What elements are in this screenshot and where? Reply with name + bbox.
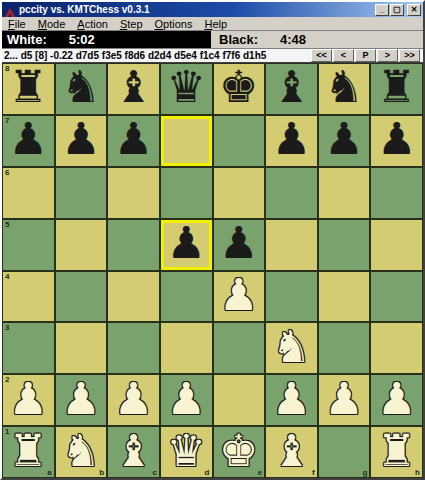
piece-black-pawn: ♟ <box>166 221 205 265</box>
square-h5[interactable] <box>371 220 422 270</box>
square-a2[interactable]: 2♟ <box>3 375 54 425</box>
square-h1[interactable]: h♜ <box>371 427 422 477</box>
square-e4[interactable]: ♟ <box>214 272 265 322</box>
square-d1[interactable]: d♛ <box>161 427 212 477</box>
piece-black-bishop: ♝ <box>272 65 311 109</box>
piece-white-queen: ♛ <box>166 429 205 473</box>
piece-black-pawn: ♟ <box>9 117 48 161</box>
square-f8[interactable]: ♝ <box>266 64 317 114</box>
white-clock: White: 5:02 <box>2 31 211 48</box>
square-h3[interactable] <box>371 323 422 373</box>
piece-black-queen: ♛ <box>166 65 205 109</box>
piece-black-pawn: ♟ <box>114 117 153 161</box>
square-f1[interactable]: f♝ <box>266 427 317 477</box>
square-h2[interactable]: ♟ <box>371 375 422 425</box>
square-f7[interactable]: ♟ <box>266 116 317 166</box>
app-icon <box>4 4 16 15</box>
piece-black-king: ♚ <box>219 65 258 109</box>
square-c8[interactable]: ♝ <box>108 64 159 114</box>
square-d2[interactable]: ♟ <box>161 375 212 425</box>
square-e3[interactable] <box>214 323 265 373</box>
minimize-button[interactable]: _ <box>375 4 389 16</box>
window-controls: _ ▢ ✕ <box>375 4 421 16</box>
square-f3[interactable]: ♞ <box>266 323 317 373</box>
piece-black-pawn: ♟ <box>219 221 258 265</box>
square-b3[interactable] <box>56 323 107 373</box>
menu-file[interactable]: File <box>2 18 32 30</box>
menu-mode[interactable]: Mode <box>32 18 72 30</box>
square-e1[interactable]: e♚ <box>214 427 265 477</box>
square-a6[interactable]: 6 <box>3 168 54 218</box>
square-e2[interactable] <box>214 375 265 425</box>
square-d7[interactable] <box>161 116 212 166</box>
square-g6[interactable] <box>319 168 370 218</box>
piece-black-pawn: ♟ <box>61 117 100 161</box>
piece-black-rook: ♜ <box>377 65 416 109</box>
piece-white-bishop: ♝ <box>114 429 153 473</box>
file-label-h: h <box>415 468 420 477</box>
menu-action[interactable]: Action <box>71 18 114 30</box>
piece-black-pawn: ♟ <box>324 117 363 161</box>
rank-label-7: 7 <box>5 116 9 125</box>
square-a5[interactable]: 5 <box>3 220 54 270</box>
white-clock-label: White: <box>7 32 47 47</box>
square-b2[interactable]: ♟ <box>56 375 107 425</box>
square-b8[interactable]: ♞ <box>56 64 107 114</box>
file-label-d: d <box>205 468 210 477</box>
square-f2[interactable]: ♟ <box>266 375 317 425</box>
nav-forward-button[interactable]: > <box>377 49 398 62</box>
square-f5[interactable] <box>266 220 317 270</box>
piece-white-pawn: ♟ <box>272 377 311 421</box>
chess-board: 8♜♞♝♛♚♝♞♜7♟♟♟♟♟♟65♟♟4♟3♞2♟♟♟♟♟♟♟1a♜b♞c♝d… <box>2 63 423 478</box>
piece-white-pawn: ♟ <box>219 273 258 317</box>
rank-label-6: 6 <box>5 168 9 177</box>
square-h8[interactable]: ♜ <box>371 64 422 114</box>
square-d4[interactable] <box>161 272 212 322</box>
piece-white-pawn: ♟ <box>377 377 416 421</box>
file-label-b: b <box>99 468 104 477</box>
rank-label-8: 8 <box>5 64 9 73</box>
black-clock: Black: 4:48 <box>211 31 423 48</box>
rank-label-2: 2 <box>5 375 9 384</box>
move-nav-buttons: << < P > >> <box>310 49 420 62</box>
square-g7[interactable]: ♟ <box>319 116 370 166</box>
piece-black-rook: ♜ <box>9 65 48 109</box>
piece-black-knight: ♞ <box>324 65 363 109</box>
piece-white-pawn: ♟ <box>9 377 48 421</box>
rank-label-3: 3 <box>5 323 9 332</box>
square-b1[interactable]: b♞ <box>56 427 107 477</box>
square-c4[interactable] <box>108 272 159 322</box>
piece-white-king: ♚ <box>219 429 258 473</box>
square-d6[interactable] <box>161 168 212 218</box>
square-g4[interactable] <box>319 272 370 322</box>
square-a1[interactable]: 1a♜ <box>3 427 54 477</box>
piece-white-rook: ♜ <box>377 429 416 473</box>
square-c3[interactable] <box>108 323 159 373</box>
square-c6[interactable] <box>108 168 159 218</box>
square-h4[interactable] <box>371 272 422 322</box>
engine-row: 2... d5 [8] -0.22 d7d5 f3e5 f8d6 d2d4 d5… <box>2 48 423 63</box>
piece-white-bishop: ♝ <box>272 429 311 473</box>
square-h7[interactable]: ♟ <box>371 116 422 166</box>
square-b6[interactable] <box>56 168 107 218</box>
square-g1[interactable]: g <box>319 427 370 477</box>
piece-white-knight: ♞ <box>61 429 100 473</box>
square-g2[interactable]: ♟ <box>319 375 370 425</box>
square-e6[interactable] <box>214 168 265 218</box>
piece-white-knight: ♞ <box>272 325 311 369</box>
menu-step[interactable]: Step <box>114 18 149 30</box>
menu-options[interactable]: Options <box>149 18 199 30</box>
square-f4[interactable] <box>266 272 317 322</box>
square-e5[interactable]: ♟ <box>214 220 265 270</box>
square-a7[interactable]: 7♟ <box>3 116 54 166</box>
black-clock-time: 4:48 <box>280 32 306 47</box>
nav-last-button[interactable]: >> <box>399 49 420 62</box>
square-c5[interactable] <box>108 220 159 270</box>
square-c2[interactable]: ♟ <box>108 375 159 425</box>
square-f6[interactable] <box>266 168 317 218</box>
maximize-button[interactable]: ▢ <box>390 4 404 16</box>
square-d5[interactable]: ♟ <box>161 220 212 270</box>
square-b5[interactable] <box>56 220 107 270</box>
square-b4[interactable] <box>56 272 107 322</box>
square-c1[interactable]: c♝ <box>108 427 159 477</box>
square-a3[interactable]: 3 <box>3 323 54 373</box>
square-h6[interactable] <box>371 168 422 218</box>
square-e7[interactable] <box>214 116 265 166</box>
white-clock-time: 5:02 <box>69 32 95 47</box>
piece-white-rook: ♜ <box>9 429 48 473</box>
title-bar[interactable]: pccity vs. KMTChess v0.3.1 _ ▢ ✕ <box>2 2 423 17</box>
square-g5[interactable] <box>319 220 370 270</box>
nav-back-button[interactable]: < <box>333 49 354 62</box>
engine-analysis-line: 2... d5 [8] -0.22 d7d5 f3e5 f8d6 d2d4 d5… <box>4 50 310 61</box>
square-e8[interactable]: ♚ <box>214 64 265 114</box>
piece-black-pawn: ♟ <box>272 117 311 161</box>
file-label-e: e <box>258 468 262 477</box>
rank-label-4: 4 <box>5 272 9 281</box>
square-g3[interactable] <box>319 323 370 373</box>
square-g8[interactable]: ♞ <box>319 64 370 114</box>
rank-label-5: 5 <box>5 220 9 229</box>
app-window: pccity vs. KMTChess v0.3.1 _ ▢ ✕ File Mo… <box>0 0 425 480</box>
rank-label-1: 1 <box>5 427 9 436</box>
piece-black-knight: ♞ <box>61 65 100 109</box>
menu-help[interactable]: Help <box>198 18 233 30</box>
piece-white-pawn: ♟ <box>166 377 205 421</box>
close-button[interactable]: ✕ <box>407 4 421 16</box>
square-c7[interactable]: ♟ <box>108 116 159 166</box>
menu-bar: File Mode Action Step Options Help <box>2 17 423 31</box>
square-d3[interactable] <box>161 323 212 373</box>
window-title: pccity vs. KMTChess v0.3.1 <box>19 4 375 15</box>
clock-row: White: 5:02 Black: 4:48 <box>2 31 423 48</box>
nav-first-button[interactable]: << <box>311 49 332 62</box>
file-label-f: f <box>312 468 315 477</box>
file-label-c: c <box>152 468 156 477</box>
file-label-g: g <box>362 468 367 477</box>
nav-pause-button[interactable]: P <box>355 49 376 62</box>
square-d8[interactable]: ♛ <box>161 64 212 114</box>
piece-white-pawn: ♟ <box>114 377 153 421</box>
file-label-a: a <box>47 468 51 477</box>
piece-black-bishop: ♝ <box>114 65 153 109</box>
piece-white-pawn: ♟ <box>324 377 363 421</box>
square-a4[interactable]: 4 <box>3 272 54 322</box>
square-b7[interactable]: ♟ <box>56 116 107 166</box>
piece-black-pawn: ♟ <box>377 117 416 161</box>
piece-white-pawn: ♟ <box>61 377 100 421</box>
black-clock-label: Black: <box>219 32 258 47</box>
square-a8[interactable]: 8♜ <box>3 64 54 114</box>
